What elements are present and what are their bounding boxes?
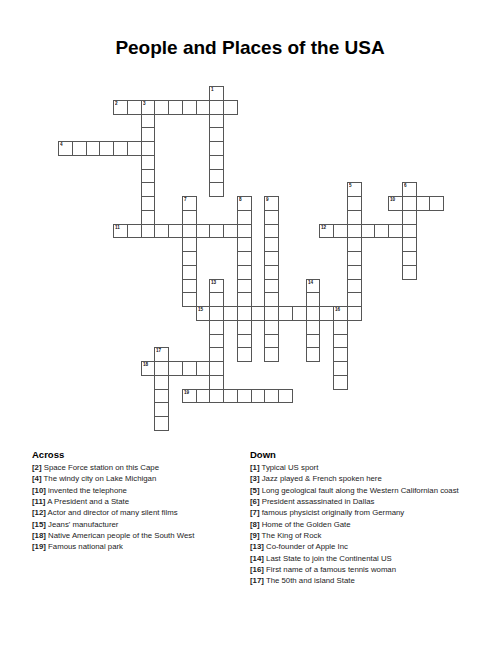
grid-cell[interactable]	[347, 265, 362, 280]
clue-number-label: [7]	[250, 508, 260, 517]
grid-cell[interactable]	[237, 224, 252, 239]
grid-cell[interactable]	[209, 141, 224, 156]
grid-cell[interactable]	[333, 320, 348, 335]
clue-number: 13	[211, 280, 216, 285]
grid-cell[interactable]	[347, 224, 362, 239]
grid-cell[interactable]	[361, 224, 376, 239]
grid-cell[interactable]	[237, 292, 252, 307]
grid-cell[interactable]	[306, 347, 321, 362]
grid-cell[interactable]	[306, 292, 321, 307]
grid-cell[interactable]	[182, 100, 197, 115]
grid-cell[interactable]	[182, 279, 197, 294]
grid-cell[interactable]: 6	[402, 182, 417, 197]
across-header: Across	[32, 449, 64, 460]
grid-cell[interactable]	[237, 210, 252, 225]
grid-cell[interactable]	[127, 100, 142, 115]
grid-cell[interactable]	[237, 347, 252, 362]
grid-cell[interactable]	[429, 196, 444, 211]
grid-cell[interactable]	[154, 416, 169, 431]
grid-cell[interactable]	[237, 237, 252, 252]
grid-cell[interactable]	[141, 169, 156, 184]
clue-down-1: [1] Typical US sport	[250, 462, 498, 473]
clue-across-11: [11] A President and a State	[32, 496, 247, 507]
grid-cell[interactable]	[209, 224, 224, 239]
down-clue-list: [1] Typical US sport[3] Jazz played & Fr…	[250, 462, 498, 587]
grid-cell[interactable]: 14	[306, 279, 321, 294]
clue-number-label: [12]	[32, 508, 46, 517]
grid-cell[interactable]	[72, 141, 87, 156]
across-clue-list: [2] Space Force station on this Cape[4] …	[32, 462, 247, 553]
grid-cell[interactable]	[347, 279, 362, 294]
grid-cell[interactable]	[333, 361, 348, 376]
grid-cell[interactable]	[237, 265, 252, 280]
grid-cell[interactable]	[223, 389, 238, 404]
clue-number: 11	[115, 225, 120, 230]
page-title: People and Places of the USA	[0, 37, 500, 59]
clue-number: 17	[156, 348, 161, 353]
grid-cell[interactable]	[209, 155, 224, 170]
clue-number-label: [16]	[250, 565, 264, 574]
grid-cell[interactable]	[209, 347, 224, 362]
clue-across-12: [12] Actor and director of many silent f…	[32, 507, 247, 518]
grid-cell[interactable]	[416, 196, 431, 211]
clue-across-2: [2] Space Force station on this Cape	[32, 462, 247, 473]
clue-number: 7	[184, 197, 187, 202]
grid-cell[interactable]	[154, 375, 169, 390]
grid-cell[interactable]	[264, 265, 279, 280]
grid-cell[interactable]	[237, 306, 252, 321]
clue-number: 9	[266, 197, 269, 202]
grid-cell[interactable]	[209, 306, 224, 321]
clue-across-15: [15] Jeans' manufacturer	[32, 519, 247, 530]
grid-cell[interactable]: 11	[113, 224, 128, 239]
clue-number-label: [4]	[32, 474, 42, 483]
grid-cell[interactable]	[251, 389, 266, 404]
grid-cell[interactable]	[374, 224, 389, 239]
clue-number-label: [11]	[32, 497, 45, 506]
grid-cell[interactable]	[209, 361, 224, 376]
grid-cell[interactable]	[209, 114, 224, 129]
grid-cell[interactable]	[264, 251, 279, 266]
grid-cell[interactable]	[209, 334, 224, 349]
clue-number: 2	[115, 101, 118, 106]
grid-cell[interactable]	[182, 237, 197, 252]
clue-number: 4	[60, 142, 63, 147]
clue-number-label: [14]	[250, 554, 264, 563]
grid-cell[interactable]	[264, 334, 279, 349]
grid-cell[interactable]	[347, 196, 362, 211]
grid-cell[interactable]	[154, 402, 169, 417]
grid-cell[interactable]	[347, 237, 362, 252]
grid-cell[interactable]	[209, 389, 224, 404]
grid-cell[interactable]: 3	[141, 100, 156, 115]
clue-number: 10	[390, 197, 395, 202]
grid-cell[interactable]	[196, 100, 211, 115]
grid-cell[interactable]	[347, 210, 362, 225]
grid-cell[interactable]	[306, 320, 321, 335]
clue-number: 19	[184, 390, 189, 395]
grid-cell[interactable]	[168, 361, 183, 376]
grid-cell[interactable]	[237, 320, 252, 335]
grid-cell[interactable]	[196, 224, 211, 239]
grid-cell[interactable]	[209, 127, 224, 142]
grid-cell[interactable]	[127, 224, 142, 239]
clue-down-7: [7] famous physicist originally from Ger…	[250, 507, 498, 518]
grid-cell[interactable]: 16	[333, 306, 348, 321]
grid-cell[interactable]	[182, 210, 197, 225]
clue-number: 14	[308, 280, 313, 285]
grid-cell[interactable]	[402, 237, 417, 252]
grid-cell[interactable]	[333, 334, 348, 349]
grid-cell[interactable]	[237, 334, 252, 349]
clue-down-8: [8] Home of the Golden Gate	[250, 519, 498, 530]
grid-cell[interactable]	[141, 127, 156, 142]
clue-across-18: [18] Native American people of the South…	[32, 530, 247, 541]
grid-cell[interactable]	[264, 210, 279, 225]
clue-number-label: [17]	[250, 576, 264, 585]
grid-cell[interactable]	[99, 141, 114, 156]
grid-cell[interactable]	[141, 196, 156, 211]
grid-cell[interactable]	[237, 389, 252, 404]
grid-cell[interactable]	[196, 389, 211, 404]
clue-number-label: [6]	[250, 497, 260, 506]
clue-down-3: [3] Jazz played & French spoken here	[250, 473, 498, 484]
grid-cell[interactable]	[264, 306, 279, 321]
grid-cell[interactable]	[402, 196, 417, 211]
clue-across-19: [19] Famous national park	[32, 541, 247, 552]
grid-cell[interactable]	[182, 292, 197, 307]
grid-cell[interactable]	[347, 251, 362, 266]
clue-number-label: [19]	[32, 542, 46, 551]
grid-cell[interactable]	[127, 141, 142, 156]
grid-cell[interactable]	[292, 306, 307, 321]
grid-cell[interactable]	[333, 224, 348, 239]
clue-down-14: [14] Last State to join the Continental …	[250, 553, 498, 564]
grid-cell[interactable]	[264, 347, 279, 362]
grid-cell[interactable]	[141, 141, 156, 156]
grid-cell[interactable]: 18	[141, 361, 156, 376]
clue-number: 1	[211, 87, 214, 92]
grid-cell[interactable]	[402, 224, 417, 239]
grid-cell[interactable]	[154, 100, 169, 115]
grid-cell[interactable]	[278, 306, 293, 321]
grid-cell[interactable]	[168, 224, 183, 239]
grid-cell[interactable]	[168, 100, 183, 115]
grid-cell[interactable]	[347, 292, 362, 307]
grid-cell[interactable]	[141, 114, 156, 129]
grid-cell[interactable]	[264, 224, 279, 239]
grid-cell[interactable]	[306, 334, 321, 349]
grid-cell[interactable]: 10	[388, 196, 403, 211]
grid-cell[interactable]	[402, 265, 417, 280]
grid-cell[interactable]	[141, 155, 156, 170]
grid-cell[interactable]: 9	[264, 196, 279, 211]
grid-cell[interactable]	[347, 306, 362, 321]
grid-cell[interactable]: 2	[113, 100, 128, 115]
grid-cell[interactable]	[333, 347, 348, 362]
grid-cell[interactable]	[223, 100, 238, 115]
clue-down-16: [16] First name of a famous tennis woman	[250, 564, 498, 575]
grid-cell[interactable]	[182, 361, 197, 376]
clue-number: 5	[349, 183, 352, 188]
grid-cell[interactable]: 7	[182, 196, 197, 211]
grid-cell[interactable]	[209, 169, 224, 184]
clue-number-label: [5]	[250, 486, 260, 495]
clue-down-6: [6] President assassinated in Dallas	[250, 496, 498, 507]
grid-cell[interactable]	[251, 306, 266, 321]
grid-cell[interactable]	[154, 224, 169, 239]
clue-number-label: [18]	[32, 531, 46, 540]
clue-number-label: [13]	[250, 542, 264, 551]
grid-cell[interactable]	[388, 224, 403, 239]
clue-number-label: [2]	[32, 463, 42, 472]
clue-across-4: [4] The windy city on Lake Michigan	[32, 473, 247, 484]
grid-cell[interactable]	[182, 265, 197, 280]
clue-number: 15	[198, 307, 203, 312]
grid-cell[interactable]	[209, 182, 224, 197]
grid-cell[interactable]	[319, 306, 334, 321]
clue-number: 12	[321, 225, 326, 230]
clue-number: 6	[404, 183, 407, 188]
clue-number-label: [9]	[250, 531, 260, 540]
grid-cell[interactable]	[154, 389, 169, 404]
grid-cell[interactable]: 17	[154, 347, 169, 362]
clue-down-5: [5] Long geological fault along the West…	[250, 485, 498, 496]
grid-cell[interactable]	[402, 210, 417, 225]
grid-cell[interactable]	[264, 292, 279, 307]
clue-number-label: [8]	[250, 520, 260, 529]
grid-cell[interactable]: 15	[196, 306, 211, 321]
puzzle-page: People and Places of the USA 23410111215…	[0, 0, 500, 647]
clue-down-13: [13] Co-founder of Apple Inc	[250, 541, 498, 552]
clue-number-label: [1]	[250, 463, 260, 472]
grid-cell[interactable]	[154, 361, 169, 376]
grid-cell[interactable]	[264, 320, 279, 335]
grid-cell[interactable]: 13	[209, 279, 224, 294]
grid-cell[interactable]	[278, 389, 293, 404]
grid-cell[interactable]: 8	[237, 196, 252, 211]
clue-number: 8	[239, 197, 242, 202]
grid-cell[interactable]	[141, 224, 156, 239]
grid-cell[interactable]	[209, 100, 224, 115]
grid-cell[interactable]	[196, 361, 211, 376]
grid-cell[interactable]	[86, 141, 101, 156]
grid-cell[interactable]	[141, 182, 156, 197]
grid-cell[interactable]	[237, 251, 252, 266]
clue-across-10: [10] invented the telephone	[32, 485, 247, 496]
grid-cell[interactable]	[264, 389, 279, 404]
grid-cell[interactable]: 19	[182, 389, 197, 404]
grid-cell[interactable]	[182, 224, 197, 239]
down-header: Down	[250, 449, 276, 460]
grid-cell[interactable]	[237, 279, 252, 294]
grid-cell[interactable]	[209, 375, 224, 390]
grid-cell[interactable]	[113, 141, 128, 156]
clue-down-9: [9] The King of Rock	[250, 530, 498, 541]
clue-number: 3	[143, 101, 146, 106]
grid-cell[interactable]	[306, 306, 321, 321]
grid-cell[interactable]	[182, 251, 197, 266]
grid-cell[interactable]	[264, 237, 279, 252]
grid-cell[interactable]	[223, 306, 238, 321]
grid-cell[interactable]: 4	[58, 141, 73, 156]
clue-number-label: [3]	[250, 474, 260, 483]
grid-cell[interactable]	[223, 224, 238, 239]
grid-cell[interactable]	[209, 292, 224, 307]
grid-cell[interactable]: 12	[319, 224, 334, 239]
grid-cell[interactable]: 5	[347, 182, 362, 197]
grid-cell[interactable]	[209, 320, 224, 335]
grid-cell[interactable]: 1	[209, 86, 224, 101]
clue-number: 16	[335, 307, 340, 312]
clue-down-17: [17] The 50th and island State	[250, 575, 498, 586]
grid-cell[interactable]	[333, 375, 348, 390]
clue-number-label: [10]	[32, 486, 46, 495]
clue-number-label: [15]	[32, 520, 46, 529]
clue-number: 18	[143, 362, 148, 367]
grid-cell[interactable]	[141, 210, 156, 225]
grid-cell[interactable]	[264, 279, 279, 294]
grid-cell[interactable]	[402, 251, 417, 266]
